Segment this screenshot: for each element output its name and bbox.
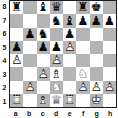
- black-knight: ♞: [37, 28, 50, 41]
- rank-labels: 87654321: [0, 0, 9, 108]
- square-h2[interactable]: ♟♙: [103, 81, 116, 94]
- white-pawn: ♙: [23, 81, 36, 94]
- rank-label-2: 2: [0, 81, 9, 95]
- square-a8[interactable]: ♜: [10, 1, 23, 14]
- square-a5[interactable]: ♟: [10, 41, 23, 54]
- square-a2[interactable]: [10, 81, 23, 94]
- rank-label-3: 3: [0, 68, 9, 82]
- white-bishop-fill: ♝: [37, 94, 50, 107]
- white-knight: ♘: [50, 81, 63, 94]
- white-pawn-fill: ♟: [23, 81, 36, 94]
- square-e2[interactable]: [63, 81, 76, 94]
- square-b8[interactable]: [23, 1, 36, 14]
- white-knight-fill: ♞: [76, 67, 89, 80]
- file-label-b: b: [23, 108, 37, 118]
- file-label-e: e: [63, 108, 77, 118]
- square-b1[interactable]: [23, 94, 36, 107]
- square-c1[interactable]: ♝♗: [37, 94, 50, 107]
- white-pawn: ♙: [37, 67, 50, 80]
- white-pawn: ♙: [90, 81, 103, 94]
- square-f6[interactable]: [76, 28, 89, 41]
- square-d1[interactable]: ♛♕: [50, 94, 63, 107]
- square-c2[interactable]: [37, 81, 50, 94]
- square-h5[interactable]: [103, 41, 116, 54]
- square-g6[interactable]: [90, 28, 103, 41]
- rank-label-7: 7: [0, 14, 9, 28]
- square-a3[interactable]: [10, 67, 23, 80]
- square-d3[interactable]: ♝♗: [50, 67, 63, 80]
- square-f2[interactable]: ♟♙: [76, 81, 89, 94]
- square-f7[interactable]: ♟: [76, 14, 89, 27]
- square-e4[interactable]: [63, 54, 76, 67]
- square-d7[interactable]: ♞: [50, 14, 63, 27]
- square-a4[interactable]: ♟♙: [10, 54, 23, 67]
- file-label-f: f: [77, 108, 91, 118]
- white-pawn: ♙: [50, 54, 63, 67]
- square-c7[interactable]: [37, 14, 50, 27]
- black-pawn: ♟: [63, 28, 76, 41]
- white-bishop-fill: ♝: [50, 67, 63, 80]
- white-queen: ♕: [50, 94, 63, 107]
- black-bishop: ♝: [37, 1, 50, 14]
- square-d2[interactable]: ♞♘: [50, 81, 63, 94]
- white-rook: ♖: [63, 94, 76, 107]
- square-b4[interactable]: [23, 54, 36, 67]
- file-label-a: a: [9, 108, 23, 118]
- square-g2[interactable]: ♟♙: [90, 81, 103, 94]
- white-bishop: ♗: [50, 67, 63, 80]
- square-b5[interactable]: [23, 41, 36, 54]
- square-e8[interactable]: [63, 1, 76, 14]
- square-f5[interactable]: [76, 41, 89, 54]
- square-c8[interactable]: ♝: [37, 1, 50, 14]
- square-f3[interactable]: ♞♘: [76, 67, 89, 80]
- white-rook: ♖: [10, 94, 23, 107]
- black-rook: ♜: [10, 1, 23, 14]
- square-d4[interactable]: ♟♙: [50, 54, 63, 67]
- square-a1[interactable]: ♜♖: [10, 94, 23, 107]
- square-e5[interactable]: ♟♙: [63, 41, 76, 54]
- square-h7[interactable]: ♟: [103, 14, 116, 27]
- white-pawn-fill: ♟: [50, 54, 63, 67]
- black-king: ♚: [90, 1, 103, 14]
- square-b2[interactable]: ♟♙: [23, 81, 36, 94]
- square-h4[interactable]: [103, 54, 116, 67]
- square-h3[interactable]: [103, 67, 116, 80]
- square-g4[interactable]: [90, 54, 103, 67]
- square-h1[interactable]: [103, 94, 116, 107]
- square-g1[interactable]: ♚♔: [90, 94, 103, 107]
- square-d5[interactable]: ♟: [50, 41, 63, 54]
- black-pawn: ♟: [37, 41, 50, 54]
- black-rook: ♜: [76, 1, 89, 14]
- square-d6[interactable]: [50, 28, 63, 41]
- white-knight: ♘: [76, 67, 89, 80]
- white-knight-fill: ♞: [50, 81, 63, 94]
- white-king: ♔: [90, 94, 103, 107]
- white-rook-fill: ♜: [63, 94, 76, 107]
- black-pawn: ♟: [23, 28, 36, 41]
- white-pawn: ♙: [76, 81, 89, 94]
- rank-label-1: 1: [0, 95, 9, 109]
- rank-label-5: 5: [0, 41, 9, 55]
- white-king-fill: ♚: [90, 94, 103, 107]
- square-b3[interactable]: [23, 67, 36, 80]
- square-f1[interactable]: [76, 94, 89, 107]
- chess-board: ♜♝♛♜♚♞♝♟♟♟♟♞♟♟♟♟♟♙♟♙♟♙♟♙♝♗♞♘♟♙♞♘♟♙♟♙♟♙♜♖…: [9, 0, 117, 108]
- white-pawn: ♙: [63, 41, 76, 54]
- white-pawn-fill: ♟: [37, 67, 50, 80]
- square-d8[interactable]: ♛: [50, 1, 63, 14]
- square-g7[interactable]: ♟: [90, 14, 103, 27]
- square-c5[interactable]: ♟: [37, 41, 50, 54]
- square-c3[interactable]: ♟♙: [37, 67, 50, 80]
- square-b7[interactable]: [23, 14, 36, 27]
- square-e6[interactable]: ♟: [63, 28, 76, 41]
- white-pawn-fill: ♟: [76, 81, 89, 94]
- black-pawn: ♟: [76, 14, 89, 27]
- file-label-g: g: [90, 108, 104, 118]
- square-f4[interactable]: [76, 54, 89, 67]
- file-labels: abcdefgh: [9, 108, 117, 118]
- white-pawn-fill: ♟: [10, 54, 23, 67]
- file-label-c: c: [36, 108, 50, 118]
- square-e1[interactable]: ♜♖: [63, 94, 76, 107]
- black-pawn: ♟: [90, 14, 103, 27]
- square-g3[interactable]: [90, 67, 103, 80]
- square-e7[interactable]: ♝: [63, 14, 76, 27]
- white-pawn: ♙: [10, 54, 23, 67]
- white-pawn-fill: ♟: [90, 81, 103, 94]
- square-a6[interactable]: [10, 28, 23, 41]
- square-c6[interactable]: ♞: [37, 28, 50, 41]
- white-queen-fill: ♛: [50, 94, 63, 107]
- rank-label-8: 8: [0, 0, 9, 14]
- black-pawn: ♟: [103, 14, 116, 27]
- rank-label-6: 6: [0, 27, 9, 41]
- square-g8[interactable]: ♚: [90, 1, 103, 14]
- white-rook-fill: ♜: [10, 94, 23, 107]
- file-label-h: h: [104, 108, 118, 118]
- square-c4[interactable]: [37, 54, 50, 67]
- black-queen: ♛: [50, 1, 63, 14]
- white-pawn: ♙: [103, 81, 116, 94]
- square-e3[interactable]: [63, 67, 76, 80]
- square-g5[interactable]: [90, 41, 103, 54]
- square-a7[interactable]: [10, 14, 23, 27]
- file-label-d: d: [50, 108, 64, 118]
- black-bishop: ♝: [63, 14, 76, 27]
- black-pawn: ♟: [10, 41, 23, 54]
- square-h6[interactable]: [103, 28, 116, 41]
- white-pawn-fill: ♟: [63, 41, 76, 54]
- square-f8[interactable]: ♜: [76, 1, 89, 14]
- white-pawn-fill: ♟: [103, 81, 116, 94]
- square-b6[interactable]: ♟: [23, 28, 36, 41]
- white-bishop: ♗: [37, 94, 50, 107]
- black-knight: ♞: [50, 14, 63, 27]
- chess-diagram: 87654321 ♜♝♛♜♚♞♝♟♟♟♟♞♟♟♟♟♟♙♟♙♟♙♟♙♝♗♞♘♟♙♞…: [0, 0, 118, 118]
- rank-label-4: 4: [0, 54, 9, 68]
- square-h8[interactable]: [103, 1, 116, 14]
- black-pawn: ♟: [50, 41, 63, 54]
